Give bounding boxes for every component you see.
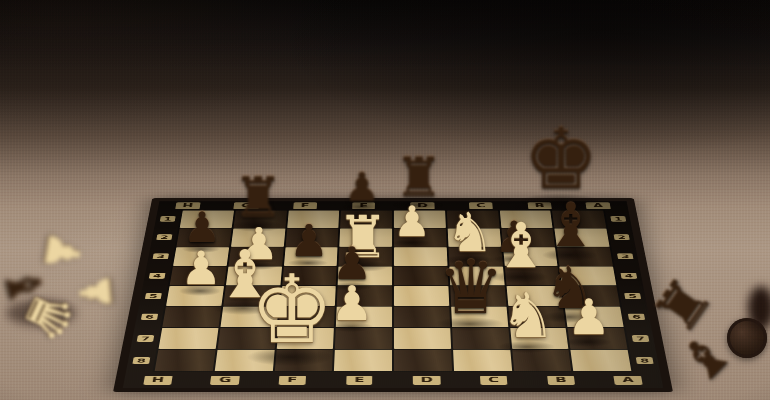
- rank-label: 2: [156, 234, 172, 240]
- fallen-white-pawn: ♟: [37, 228, 89, 277]
- rank-label-cell: 2: [150, 228, 177, 247]
- piece-black-rook-d1: ♜: [395, 151, 443, 205]
- rank-label-cell: 7: [626, 328, 656, 350]
- square-c8: [453, 350, 512, 372]
- square-a5: [562, 286, 620, 306]
- file-label-cell: C: [451, 202, 510, 209]
- square-a4: [560, 266, 617, 285]
- square-b1: [499, 211, 552, 228]
- rank-label-cell: 4: [615, 266, 643, 286]
- rank-label: 5: [145, 293, 162, 299]
- rank-label-cell: 8: [629, 349, 660, 372]
- piece-black-king-a1: ♚: [523, 117, 598, 201]
- square-c7: [452, 328, 510, 349]
- file-label-cell: D: [393, 376, 460, 385]
- rank-label-cell: 5: [618, 286, 647, 307]
- file-label: H: [143, 376, 173, 385]
- square-g6: [220, 307, 278, 327]
- file-label: E: [352, 202, 375, 209]
- file-label: C: [480, 376, 507, 385]
- square-h1: [180, 211, 234, 228]
- file-label-cell: A: [594, 376, 663, 385]
- rank-label: 4: [621, 273, 638, 279]
- rank-label: 4: [149, 273, 166, 279]
- file-label-cell: H: [124, 376, 193, 385]
- file-label: E: [346, 376, 372, 385]
- board-border-bottom-letters: HGFEDCBA: [123, 372, 663, 388]
- rank-label-cell: 1: [154, 210, 181, 228]
- file-label-cell: H: [158, 202, 218, 209]
- rank-label-cell: 6: [622, 306, 651, 327]
- file-label-cell: F: [258, 376, 326, 385]
- chess-photo-scene: HGFEDCBA 12345678 12345678 HGFEDCBA ♚♜♟♜…: [0, 0, 770, 400]
- square-h5: [166, 286, 224, 306]
- rank-label-cell: 6: [135, 306, 164, 327]
- file-label: H: [175, 202, 201, 209]
- file-label-cell: A: [568, 202, 628, 209]
- square-a3: [557, 247, 613, 265]
- square-e7: [335, 328, 392, 349]
- file-label: D: [412, 376, 440, 385]
- square-g8: [214, 350, 274, 372]
- square-g7: [217, 328, 276, 349]
- rank-label-cell: 3: [611, 247, 639, 266]
- fallen-piece-partial: [748, 286, 770, 330]
- square-f6: [278, 307, 335, 327]
- rank-label-cell: 4: [143, 266, 171, 286]
- file-label: B: [527, 202, 552, 209]
- square-h6: [162, 307, 221, 327]
- rank-label: 8: [636, 357, 654, 364]
- square-a2: [555, 229, 610, 247]
- square-b6: [508, 307, 566, 327]
- square-b7: [510, 328, 569, 349]
- square-f5: [280, 286, 336, 306]
- rank-label: 2: [614, 234, 630, 240]
- square-d6: [394, 307, 450, 327]
- file-label: G: [234, 202, 259, 209]
- square-f8: [274, 350, 333, 372]
- file-label: B: [547, 376, 575, 385]
- square-h2: [176, 229, 231, 247]
- square-g1: [233, 211, 286, 228]
- square-f1: [287, 211, 340, 228]
- rank-label: 5: [624, 293, 641, 299]
- file-label-cell: F: [275, 202, 334, 209]
- rank-label: 3: [617, 253, 633, 259]
- square-f4: [282, 266, 337, 285]
- square-h3: [173, 247, 229, 265]
- rank-label: 1: [610, 216, 626, 221]
- square-e1: [340, 211, 392, 228]
- file-label-cell: B: [510, 202, 569, 209]
- square-f2: [285, 229, 338, 247]
- file-label: A: [614, 376, 643, 385]
- board-grid: [153, 210, 634, 372]
- square-c4: [449, 266, 504, 285]
- square-e8: [334, 350, 392, 372]
- square-g5: [223, 286, 280, 306]
- square-a1: [552, 211, 606, 228]
- square-c6: [451, 307, 508, 327]
- square-g4: [226, 266, 282, 285]
- square-d1: [394, 211, 446, 228]
- rank-label: 3: [153, 253, 169, 259]
- file-label-cell: G: [217, 202, 276, 209]
- rank-label: 6: [141, 314, 158, 320]
- square-d3: [394, 247, 447, 265]
- file-label: G: [210, 376, 239, 385]
- rank-label: 7: [632, 335, 650, 342]
- square-a7: [568, 328, 628, 349]
- rank-label-cell: 7: [130, 328, 160, 350]
- file-label-cell: B: [527, 376, 595, 385]
- square-g2: [231, 229, 285, 247]
- square-a8: [571, 350, 632, 372]
- square-e6: [336, 307, 392, 327]
- square-d4: [394, 266, 448, 285]
- square-c5: [450, 286, 506, 306]
- file-label-cell: G: [191, 376, 259, 385]
- rank-label: 8: [132, 357, 150, 364]
- square-f7: [276, 328, 334, 349]
- file-label-cell: C: [460, 376, 528, 385]
- square-b4: [504, 266, 560, 285]
- square-b5: [506, 286, 563, 306]
- rank-label-cell: 1: [605, 210, 632, 228]
- square-e4: [338, 266, 392, 285]
- square-b3: [503, 247, 558, 265]
- rank-label: 1: [160, 216, 176, 221]
- square-d5: [394, 286, 449, 306]
- file-label-cell: E: [334, 202, 393, 209]
- square-a6: [565, 307, 624, 327]
- rank-label: 7: [137, 335, 155, 342]
- rank-label-cell: 5: [139, 286, 168, 307]
- square-c1: [447, 211, 500, 228]
- square-f3: [284, 247, 338, 265]
- rank-label-cell: 8: [126, 349, 157, 372]
- square-h7: [159, 328, 219, 349]
- square-e2: [340, 229, 393, 247]
- board-border-top-letters: HGFEDCBA: [158, 201, 629, 209]
- square-d7: [394, 328, 451, 349]
- file-label: F: [279, 376, 306, 385]
- square-h8: [155, 350, 216, 372]
- square-c3: [448, 247, 502, 265]
- square-e3: [339, 247, 392, 265]
- file-label: A: [586, 202, 611, 209]
- file-label-cell: D: [393, 202, 452, 209]
- fallen-white-pawn: ♟: [73, 271, 118, 312]
- file-label: D: [410, 202, 435, 209]
- rank-label-cell: 2: [608, 228, 635, 247]
- square-d8: [394, 350, 452, 372]
- chess-board: HGFEDCBA 12345678 12345678 HGFEDCBA: [113, 198, 673, 392]
- square-b2: [501, 229, 555, 247]
- square-b8: [512, 350, 572, 372]
- rank-label: 6: [628, 314, 645, 320]
- square-e5: [337, 286, 392, 306]
- file-label: F: [293, 202, 316, 209]
- fallen-piece-shadow-left: [6, 300, 76, 326]
- file-label: C: [469, 202, 493, 209]
- file-label-cell: E: [326, 376, 393, 385]
- square-c2: [447, 229, 500, 247]
- square-h4: [170, 266, 227, 285]
- square-g3: [228, 247, 283, 265]
- square-d2: [394, 229, 447, 247]
- rank-label-cell: 3: [147, 247, 175, 266]
